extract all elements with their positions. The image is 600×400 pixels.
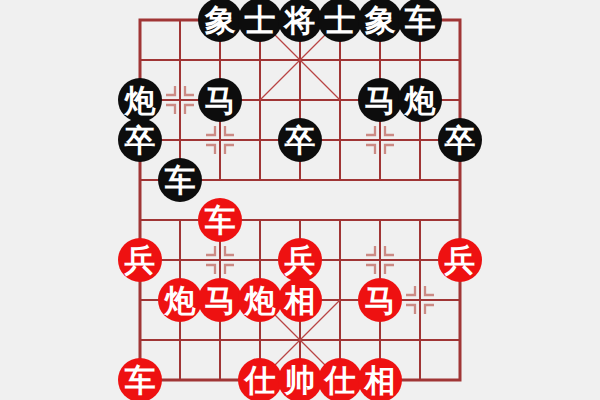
piece-glyph: 相: [285, 285, 316, 316]
piece-glyph: 仕: [245, 365, 276, 396]
piece-red-advisor[interactable]: 仕: [238, 358, 282, 400]
piece-red-elephant[interactable]: 相: [278, 278, 322, 322]
piece-glyph: 卒: [125, 125, 156, 156]
piece-black-general[interactable]: 将: [278, 0, 322, 42]
piece-black-horse[interactable]: 马: [198, 78, 242, 122]
xiangqi-board: 象士将士象车炮马马炮卒卒卒车车兵兵兵炮马炮相马车仕帅仕相: [0, 0, 600, 400]
piece-red-horse[interactable]: 马: [198, 278, 242, 322]
piece-glyph: 炮: [125, 85, 156, 116]
board-grid: 象士将士象车炮马马炮卒卒卒车车兵兵兵炮马炮相马车仕帅仕相: [120, 0, 480, 400]
piece-black-soldier[interactable]: 卒: [278, 118, 322, 162]
piece-black-elephant[interactable]: 象: [198, 0, 242, 42]
piece-glyph: 炮: [165, 285, 196, 316]
piece-red-general[interactable]: 帅: [278, 358, 322, 400]
piece-glyph: 将: [285, 5, 316, 36]
piece-glyph: 帅: [285, 365, 316, 396]
piece-glyph: 马: [365, 285, 396, 316]
piece-glyph: 卒: [445, 125, 476, 156]
piece-black-horse[interactable]: 马: [358, 78, 402, 122]
piece-red-chariot[interactable]: 车: [118, 358, 162, 400]
piece-red-soldier[interactable]: 兵: [118, 238, 162, 282]
piece-black-chariot[interactable]: 车: [398, 0, 442, 42]
piece-black-cannon[interactable]: 炮: [398, 78, 442, 122]
piece-black-cannon[interactable]: 炮: [118, 78, 162, 122]
piece-glyph: 象: [365, 5, 396, 36]
piece-black-soldier[interactable]: 卒: [118, 118, 162, 162]
piece-glyph: 马: [205, 285, 236, 316]
piece-black-advisor[interactable]: 士: [238, 0, 282, 42]
piece-glyph: 士: [245, 5, 276, 36]
piece-glyph: 兵: [285, 245, 316, 276]
piece-red-chariot[interactable]: 车: [198, 198, 242, 242]
piece-red-cannon[interactable]: 炮: [238, 278, 282, 322]
piece-black-chariot[interactable]: 车: [158, 158, 202, 202]
piece-glyph: 车: [405, 5, 436, 36]
piece-red-cannon[interactable]: 炮: [158, 278, 202, 322]
piece-glyph: 炮: [405, 85, 436, 116]
piece-red-horse[interactable]: 马: [358, 278, 402, 322]
piece-glyph: 车: [125, 365, 156, 396]
piece-glyph: 相: [365, 365, 396, 396]
piece-glyph: 马: [365, 85, 396, 116]
piece-glyph: 卒: [285, 125, 316, 156]
piece-glyph: 象: [205, 5, 236, 36]
piece-black-soldier[interactable]: 卒: [438, 118, 482, 162]
piece-red-soldier[interactable]: 兵: [278, 238, 322, 282]
piece-glyph: 兵: [125, 245, 156, 276]
piece-red-soldier[interactable]: 兵: [438, 238, 482, 282]
piece-black-elephant[interactable]: 象: [358, 0, 402, 42]
piece-glyph: 炮: [245, 285, 276, 316]
piece-glyph: 兵: [445, 245, 476, 276]
piece-glyph: 士: [325, 5, 356, 36]
piece-glyph: 车: [205, 205, 236, 236]
piece-glyph: 马: [205, 85, 236, 116]
piece-glyph: 车: [165, 165, 196, 196]
piece-red-advisor[interactable]: 仕: [318, 358, 362, 400]
piece-red-elephant[interactable]: 相: [358, 358, 402, 400]
piece-black-advisor[interactable]: 士: [318, 0, 362, 42]
piece-glyph: 仕: [325, 365, 356, 396]
